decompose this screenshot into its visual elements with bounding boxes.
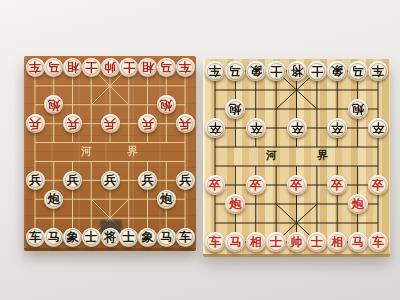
piece-black[interactable]: 将 [287, 61, 307, 81]
piece-red[interactable]: 马 [157, 58, 176, 77]
piece-glyph: 兵 [104, 174, 116, 186]
piece-glyph: 相 [142, 61, 154, 73]
piece-glyph: 卒 [291, 122, 303, 134]
piece-glyph: 车 [179, 231, 191, 243]
piece-red[interactable]: 帅 [101, 58, 120, 77]
piece-black[interactable]: 车 [176, 228, 195, 247]
piece-black[interactable]: 士 [119, 228, 138, 247]
piece-black[interactable]: 卒 [287, 118, 307, 138]
piece-glyph: 相 [331, 236, 343, 248]
piece-glyph: 士 [311, 236, 323, 248]
piece-glyph: 象 [67, 231, 79, 243]
piece-glyph: 炮 [48, 99, 60, 111]
piece-black[interactable]: 卒 [368, 118, 388, 138]
piece-glyph: 马 [48, 61, 60, 73]
piece-glyph: 卒 [209, 122, 221, 134]
piece-glyph: 士 [123, 231, 135, 243]
piece-red[interactable]: 车 [205, 232, 225, 252]
piece-black[interactable]: 象 [63, 228, 82, 247]
piece-red[interactable]: 卒 [205, 175, 225, 195]
piece-glyph: 炮 [160, 193, 172, 205]
river-text-jie: 界 [127, 146, 138, 157]
piece-glyph: 相 [250, 236, 262, 248]
piece-glyph: 兵 [67, 118, 79, 130]
piece-glyph: 帅 [104, 61, 116, 73]
piece-glyph: 将 [291, 65, 303, 77]
piece-black[interactable]: 炮 [348, 99, 368, 119]
piece-glyph: 卒 [291, 179, 303, 191]
piece-black[interactable]: 兵 [176, 171, 195, 190]
piece-glyph: 马 [352, 65, 364, 77]
piece-glyph: 兵 [67, 174, 79, 186]
piece-red[interactable]: 士 [307, 232, 327, 252]
piece-glyph: 将 [104, 231, 116, 243]
piece-glyph: 兵 [142, 174, 154, 186]
piece-glyph: 士 [311, 65, 323, 77]
piece-red[interactable]: 士 [119, 58, 138, 77]
piece-black[interactable]: 士 [307, 61, 327, 81]
piece-black[interactable]: 将 [101, 228, 120, 247]
piece-black[interactable]: 马 [157, 228, 176, 247]
river-text-he: 河 [81, 146, 92, 157]
piece-glyph: 士 [270, 65, 282, 77]
piece-red[interactable]: 相 [246, 232, 266, 252]
piece-glyph: 卒 [331, 122, 343, 134]
piece-glyph: 马 [160, 231, 172, 243]
piece-glyph: 兵 [29, 118, 41, 130]
piece-black[interactable]: 象 [246, 61, 266, 81]
piece-glyph: 象 [331, 65, 343, 77]
piece-glyph: 兵 [142, 118, 154, 130]
piece-glyph: 士 [85, 61, 97, 73]
piece-red[interactable]: 炮 [348, 194, 368, 214]
piece-glyph: 兵 [104, 118, 116, 130]
piece-red[interactable]: 士 [266, 232, 286, 252]
piece-glyph: 车 [372, 236, 384, 248]
piece-glyph: 炮 [352, 103, 364, 115]
piece-red[interactable]: 车 [176, 58, 195, 77]
piece-glyph: 炮 [229, 103, 241, 115]
piece-glyph: 车 [209, 65, 221, 77]
piece-glyph: 马 [229, 65, 241, 77]
piece-glyph: 士 [270, 236, 282, 248]
board-grid [203, 59, 390, 254]
piece-red[interactable]: 卒 [368, 175, 388, 195]
piece-red[interactable]: 卒 [287, 175, 307, 195]
piece-black[interactable]: 象 [138, 228, 157, 247]
piece-glyph: 炮 [352, 198, 364, 210]
piece-glyph: 兵 [29, 174, 41, 186]
piece-red[interactable]: 相 [63, 58, 82, 77]
piece-black[interactable]: 兵 [63, 171, 82, 190]
piece-black[interactable]: 兵 [138, 171, 157, 190]
piece-glyph: 兵 [179, 118, 191, 130]
piece-black[interactable]: 兵 [101, 171, 120, 190]
piece-red[interactable]: 车 [26, 58, 45, 77]
piece-black[interactable]: 兵 [26, 171, 45, 190]
piece-black[interactable]: 车 [205, 61, 225, 81]
piece-red[interactable]: 士 [82, 58, 101, 77]
piece-black[interactable]: 炮 [44, 190, 63, 209]
piece-glyph: 炮 [160, 99, 172, 111]
piece-black[interactable]: 炮 [157, 190, 176, 209]
scene: 河 界 车马相士帅士相马车炮炮兵兵兵兵兵兵兵兵兵兵炮炮车马象士将士象马车 河 界… [0, 0, 400, 300]
piece-glyph: 车 [372, 65, 384, 77]
piece-glyph: 象 [142, 231, 154, 243]
piece-glyph: 象 [250, 65, 262, 77]
piece-black[interactable]: 士 [266, 61, 286, 81]
piece-red[interactable]: 兵 [26, 114, 45, 133]
piece-glyph: 马 [229, 236, 241, 248]
piece-black[interactable]: 车 [368, 61, 388, 81]
piece-glyph: 卒 [372, 179, 384, 191]
piece-red[interactable]: 马 [348, 232, 368, 252]
piece-glyph: 炮 [229, 198, 241, 210]
river-text-jie: 界 [317, 150, 328, 161]
piece-red[interactable]: 相 [138, 58, 157, 77]
piece-glyph: 相 [67, 61, 79, 73]
piece-glyph: 士 [85, 231, 97, 243]
piece-red[interactable]: 卒 [246, 175, 266, 195]
piece-glyph: 卒 [250, 122, 262, 134]
piece-glyph: 卒 [250, 179, 262, 191]
piece-glyph: 卒 [331, 179, 343, 191]
piece-red[interactable]: 车 [368, 232, 388, 252]
piece-red[interactable]: 兵 [176, 114, 195, 133]
piece-glyph: 炮 [48, 193, 60, 205]
piece-glyph: 兵 [179, 174, 191, 186]
piece-black[interactable]: 车 [26, 228, 45, 247]
piece-red[interactable]: 兵 [101, 114, 120, 133]
piece-black[interactable]: 卒 [205, 118, 225, 138]
piece-glyph: 卒 [209, 179, 221, 191]
piece-glyph: 马 [48, 231, 60, 243]
piece-glyph: 车 [179, 61, 191, 73]
piece-glyph: 马 [160, 61, 172, 73]
river-text-he: 河 [266, 150, 277, 161]
piece-glyph: 车 [29, 61, 41, 73]
piece-red[interactable]: 炮 [157, 95, 176, 114]
piece-glyph: 卒 [372, 122, 384, 134]
piece-red[interactable]: 马 [44, 58, 63, 77]
piece-black[interactable]: 马 [44, 228, 63, 247]
piece-glyph: 士 [123, 61, 135, 73]
piece-glyph: 车 [29, 231, 41, 243]
piece-glyph: 帅 [291, 236, 303, 248]
piece-glyph: 马 [352, 236, 364, 248]
piece-black[interactable]: 卒 [246, 118, 266, 138]
piece-red[interactable]: 帅 [287, 232, 307, 252]
piece-black[interactable]: 士 [82, 228, 101, 247]
xiangqi-board-light[interactable]: 河 界 车马象士将士象马车炮炮卒卒卒卒卒卒卒卒卒卒炮炮车马相士帅士相马车 [203, 59, 390, 254]
xiangqi-board-dark[interactable]: 河 界 车马相士帅士相马车炮炮兵兵兵兵兵兵兵兵兵兵炮炮车马象士将士象马车 [24, 56, 196, 248]
piece-black[interactable]: 马 [348, 61, 368, 81]
piece-glyph: 车 [209, 236, 221, 248]
